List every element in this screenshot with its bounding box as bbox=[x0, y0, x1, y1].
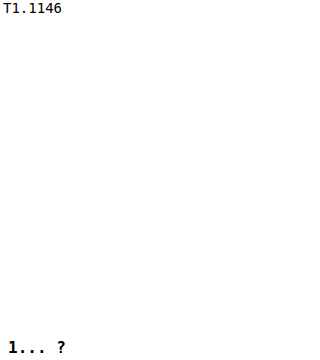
move-prompt: 1... ? bbox=[8, 337, 66, 360]
chess-puzzle-page: T1.1146 1... ? bbox=[0, 0, 320, 360]
puzzle-title: T1.1146 bbox=[3, 0, 62, 17]
chess-board[interactable] bbox=[0, 17, 320, 337]
